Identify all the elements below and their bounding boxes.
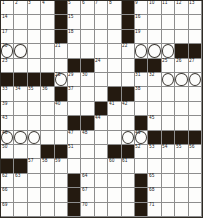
grid-cell[interactable] (148, 87, 161, 101)
grid-cell[interactable] (175, 102, 188, 116)
grid-cell[interactable]: 14 (1, 15, 14, 29)
circle-marker (122, 131, 134, 144)
black-cell (81, 116, 94, 130)
grid-cell[interactable] (95, 87, 108, 101)
clue-number: 37 (68, 87, 73, 91)
grid-cell[interactable]: 62 (1, 174, 14, 188)
grid-cell[interactable] (135, 159, 148, 173)
black-cell (81, 59, 94, 73)
grid-cell[interactable]: 52 (135, 145, 148, 159)
grid-cell[interactable]: 11 (162, 1, 175, 15)
black-cell (1, 73, 14, 87)
circle-marker (28, 131, 40, 144)
grid-cell[interactable] (68, 44, 81, 58)
grid-cell[interactable] (14, 116, 27, 130)
black-cell (135, 203, 148, 217)
grid-cell[interactable]: 57 (28, 159, 41, 173)
clue-number: 46 (2, 131, 7, 135)
grid-cell[interactable] (162, 73, 175, 87)
clue-number: 56 (189, 145, 194, 149)
grid-cell[interactable]: 56 (189, 145, 202, 159)
clue-number: 8 (109, 1, 112, 5)
clue-number: 3 (28, 1, 31, 5)
grid-cell[interactable] (81, 102, 94, 116)
clue-number: 25 (162, 59, 167, 63)
clue-number: 52 (135, 145, 140, 149)
black-cell (55, 30, 68, 44)
clue-number: 38 (135, 87, 140, 91)
clue-number: 69 (2, 203, 7, 207)
grid-cell[interactable] (41, 102, 54, 116)
grid-cell[interactable] (162, 116, 175, 130)
black-cell (14, 159, 27, 173)
grid-cell[interactable]: 65 (148, 174, 161, 188)
grid-cell[interactable] (14, 145, 27, 159)
grid-cell[interactable]: 69 (1, 203, 14, 217)
grid-cell[interactable] (68, 102, 81, 116)
black-cell (68, 203, 81, 217)
grid-cell[interactable]: 15 (68, 15, 81, 29)
grid-cell[interactable]: 17 (1, 30, 14, 44)
grid-cell[interactable] (95, 159, 108, 173)
grid-cell[interactable]: 13 (189, 1, 202, 15)
grid-cell[interactable] (28, 188, 41, 202)
black-cell (135, 59, 148, 73)
clue-number: 11 (162, 1, 167, 5)
black-cell (55, 145, 68, 159)
grid-cell[interactable] (55, 188, 68, 202)
grid-cell[interactable]: 7 (95, 1, 108, 15)
grid-cell[interactable]: 48 (81, 131, 94, 145)
black-cell (108, 87, 121, 101)
clue-number: 28 (55, 73, 60, 77)
circle-marker (175, 73, 187, 86)
grid-cell[interactable]: 19 (135, 30, 148, 44)
grid-cell[interactable] (14, 30, 27, 44)
clue-number: 35 (28, 87, 33, 91)
grid-cell[interactable] (108, 203, 121, 217)
black-cell (122, 145, 135, 159)
grid-cell[interactable]: 6 (81, 1, 94, 15)
grid-cell[interactable] (108, 44, 121, 58)
grid-cell[interactable]: 32 (148, 73, 161, 87)
clue-number: 40 (55, 102, 60, 106)
grid-cell[interactable] (28, 30, 41, 44)
clue-number: 53 (149, 145, 154, 149)
clue-number: 19 (135, 30, 140, 34)
black-cell (55, 1, 68, 15)
grid-cell[interactable]: 49 (135, 131, 148, 145)
clue-number: 29 (68, 73, 73, 77)
clue-number: 21 (55, 44, 60, 48)
clue-number: 54 (162, 145, 167, 149)
black-cell (1, 159, 14, 173)
grid-cell[interactable] (95, 15, 108, 29)
grid-cell[interactable]: 21 (55, 44, 68, 58)
grid-cell[interactable] (175, 73, 188, 87)
grid-cell[interactable] (81, 44, 94, 58)
grid-cell[interactable] (81, 15, 94, 29)
grid-cell[interactable]: 4 (41, 1, 54, 15)
grid-cell[interactable] (28, 102, 41, 116)
grid-cell[interactable] (41, 59, 54, 73)
clue-number: 41 (109, 102, 114, 106)
grid-cell[interactable]: 44 (95, 116, 108, 130)
clue-number: 68 (149, 188, 154, 192)
grid-cell[interactable]: 63 (14, 174, 27, 188)
grid-cell[interactable] (81, 145, 94, 159)
black-cell (55, 87, 68, 101)
grid-cell[interactable]: 35 (28, 87, 41, 101)
clue-number: 13 (189, 1, 194, 5)
grid-cell[interactable] (175, 188, 188, 202)
grid-cell[interactable] (41, 188, 54, 202)
clue-number: 36 (42, 87, 47, 91)
grid-cell[interactable] (148, 159, 161, 173)
clue-number: 18 (68, 30, 73, 34)
grid-cell[interactable]: 5 (68, 1, 81, 15)
grid-cell[interactable] (162, 188, 175, 202)
grid-cell[interactable]: 47 (68, 131, 81, 145)
grid-cell[interactable] (189, 188, 202, 202)
grid-cell[interactable] (95, 145, 108, 159)
clue-number: 27 (189, 59, 194, 63)
circle-marker (162, 44, 174, 57)
grid-cell[interactable] (108, 116, 121, 130)
grid-cell[interactable] (175, 174, 188, 188)
clue-number: 71 (149, 203, 154, 207)
grid-cell[interactable]: 18 (68, 30, 81, 44)
clue-number: 60 (109, 159, 114, 163)
grid-cell[interactable]: 66 (1, 188, 14, 202)
grid-cell[interactable]: 39 (1, 102, 14, 116)
grid-cell[interactable] (81, 159, 94, 173)
circle-marker (135, 44, 147, 57)
grid-cell[interactable] (41, 30, 54, 44)
grid-cell[interactable]: 30 (81, 73, 94, 87)
black-cell (68, 116, 81, 130)
black-cell (135, 116, 148, 130)
grid-cell[interactable] (28, 131, 41, 145)
grid-cell[interactable]: 46 (1, 131, 14, 145)
grid-cell[interactable] (28, 174, 41, 188)
grid-cell[interactable]: 43 (1, 116, 14, 130)
clue-number: 50 (2, 145, 7, 149)
grid-cell[interactable]: 29 (68, 73, 81, 87)
grid-cell[interactable]: 22 (122, 44, 135, 58)
grid-cell[interactable] (122, 73, 135, 87)
clue-number: 10 (149, 1, 154, 5)
clue-number: 55 (176, 145, 181, 149)
clue-number: 7 (95, 1, 98, 5)
grid-cell[interactable] (162, 87, 175, 101)
clue-number: 58 (42, 159, 47, 163)
grid-cell[interactable]: 1 (1, 1, 14, 15)
clue-number: 42 (122, 102, 127, 106)
black-cell (148, 131, 161, 145)
clue-number: 63 (15, 174, 20, 178)
grid-cell[interactable]: 23 (1, 59, 14, 73)
clue-number: 33 (2, 87, 7, 91)
clue-number: 39 (2, 102, 7, 106)
grid-cell[interactable] (28, 203, 41, 217)
grid-cell[interactable]: 20 (1, 44, 14, 58)
grid-cell[interactable] (95, 73, 108, 87)
grid-cell[interactable] (81, 30, 94, 44)
clue-number: 23 (2, 59, 7, 63)
clue-number: 2 (15, 1, 18, 5)
black-cell (135, 174, 148, 188)
grid-cell[interactable] (95, 30, 108, 44)
grid-cell[interactable]: 55 (175, 145, 188, 159)
clue-number: 51 (68, 145, 73, 149)
grid-cell[interactable]: 8 (108, 1, 121, 15)
clue-number: 65 (149, 174, 154, 178)
grid-cell[interactable]: 42 (122, 102, 135, 116)
black-cell (189, 131, 202, 145)
grid-cell[interactable] (55, 203, 68, 217)
grid-cell[interactable] (122, 59, 135, 73)
grid-cell[interactable] (55, 174, 68, 188)
black-cell (175, 44, 188, 58)
grid-cell[interactable] (189, 30, 202, 44)
clue-number: 4 (42, 1, 45, 5)
clue-number: 6 (82, 1, 85, 5)
grid-cell[interactable] (122, 203, 135, 217)
grid-cell[interactable]: 10 (148, 1, 161, 15)
grid-cell[interactable]: 9 (135, 1, 148, 15)
grid-cell[interactable] (14, 44, 27, 58)
black-cell (122, 30, 135, 44)
clue-number: 30 (82, 73, 87, 77)
black-cell (95, 102, 108, 116)
clue-number: 43 (2, 116, 7, 120)
clue-number: 57 (28, 159, 33, 163)
grid-cell[interactable] (41, 15, 54, 29)
grid-cell[interactable]: 71 (148, 203, 161, 217)
clue-number: 62 (2, 174, 7, 178)
grid-cell[interactable] (162, 174, 175, 188)
grid-cell[interactable]: 59 (55, 159, 68, 173)
grid-cell[interactable]: 50 (1, 145, 14, 159)
grid-cell[interactable]: 27 (189, 59, 202, 73)
black-cell (175, 131, 188, 145)
grid-cell[interactable] (41, 131, 54, 145)
grid-cell[interactable] (175, 203, 188, 217)
grid-cell[interactable] (135, 102, 148, 116)
grid-cell[interactable] (108, 131, 121, 145)
grid-cell[interactable] (28, 44, 41, 58)
circle-marker (14, 131, 26, 144)
grid-cell[interactable]: 16 (135, 15, 148, 29)
grid-cell[interactable]: 38 (135, 87, 148, 101)
grid-cell[interactable]: 53 (148, 145, 161, 159)
grid-cell[interactable] (189, 174, 202, 188)
grid-cell[interactable] (14, 59, 27, 73)
grid-cell[interactable] (108, 30, 121, 44)
clue-number: 59 (55, 159, 60, 163)
grid-cell[interactable]: 40 (55, 102, 68, 116)
black-cell (122, 1, 135, 15)
grid-cell[interactable] (148, 102, 161, 116)
grid-cell[interactable] (41, 116, 54, 130)
grid-cell[interactable] (55, 59, 68, 73)
grid-cell[interactable] (41, 174, 54, 188)
grid-cell[interactable] (122, 174, 135, 188)
grid-cell[interactable] (148, 30, 161, 44)
clue-number: 61 (122, 159, 127, 163)
grid-cell[interactable] (95, 131, 108, 145)
grid-cell[interactable] (55, 116, 68, 130)
grid-cell[interactable] (162, 159, 175, 173)
grid-cell[interactable] (95, 203, 108, 217)
grid-cell[interactable] (108, 174, 121, 188)
grid-cell[interactable] (95, 174, 108, 188)
clue-number: 48 (82, 131, 87, 135)
grid-cell[interactable]: 41 (108, 102, 121, 116)
clue-number: 32 (149, 73, 154, 77)
black-cell (189, 44, 202, 58)
grid-cell[interactable] (108, 59, 121, 73)
grid-cell[interactable] (122, 188, 135, 202)
grid-cell[interactable] (135, 44, 148, 58)
grid-cell[interactable] (175, 15, 188, 29)
grid-cell[interactable]: 45 (148, 116, 161, 130)
black-cell (14, 73, 27, 87)
grid-cell[interactable]: 67 (81, 188, 94, 202)
grid-cell[interactable] (175, 87, 188, 101)
grid-cell[interactable] (162, 203, 175, 217)
grid-cell[interactable] (95, 188, 108, 202)
grid-cell[interactable] (175, 116, 188, 130)
grid-cell[interactable] (162, 15, 175, 29)
black-cell (135, 188, 148, 202)
clue-number: 47 (68, 131, 73, 135)
grid-cell[interactable]: 3 (28, 1, 41, 15)
grid-cell[interactable]: 61 (122, 159, 135, 173)
grid-cell[interactable] (189, 73, 202, 87)
grid-cell[interactable] (28, 59, 41, 73)
circle-marker (189, 73, 201, 86)
black-cell (122, 15, 135, 29)
clue-number: 70 (82, 203, 87, 207)
grid-cell[interactable]: 26 (175, 59, 188, 73)
clue-number: 15 (68, 15, 73, 19)
circle-marker (162, 73, 174, 86)
grid-cell[interactable]: 34 (14, 87, 27, 101)
black-cell (108, 145, 121, 159)
grid-cell[interactable]: 31 (135, 73, 148, 87)
grid-cell[interactable]: 2 (14, 1, 27, 15)
grid-cell[interactable] (122, 116, 135, 130)
circle-marker (148, 44, 160, 57)
grid-cell[interactable]: 12 (175, 1, 188, 15)
grid-cell[interactable] (14, 102, 27, 116)
black-cell (28, 73, 41, 87)
grid-cell[interactable] (122, 131, 135, 145)
grid-cell[interactable] (81, 87, 94, 101)
clue-number: 64 (82, 174, 87, 178)
clue-number: 20 (2, 44, 7, 48)
grid-cell[interactable]: 51 (68, 145, 81, 159)
grid-cell[interactable]: 36 (41, 87, 54, 101)
grid-cell[interactable] (14, 131, 27, 145)
grid-cell[interactable] (189, 15, 202, 29)
grid-cell[interactable] (68, 159, 81, 173)
grid-cell[interactable] (108, 15, 121, 29)
grid-cell[interactable] (14, 15, 27, 29)
grid-cell[interactable]: 37 (68, 87, 81, 101)
grid-cell[interactable] (41, 203, 54, 217)
grid-cell[interactable] (55, 131, 68, 145)
black-cell (148, 59, 161, 73)
grid-cell[interactable] (175, 30, 188, 44)
clue-number: 12 (176, 1, 181, 5)
crossword-grid[interactable]: 1234567891011121314151617181920212223242… (0, 0, 203, 218)
grid-cell[interactable] (148, 15, 161, 29)
clue-number: 24 (95, 59, 100, 63)
grid-cell[interactable] (28, 145, 41, 159)
grid-cell[interactable]: 28 (55, 73, 68, 87)
black-cell (41, 73, 54, 87)
circle-marker (14, 44, 26, 57)
clue-number: 26 (176, 59, 181, 63)
grid-cell[interactable] (14, 203, 27, 217)
clue-number: 67 (82, 188, 87, 192)
clue-number: 44 (95, 116, 100, 120)
black-cell (55, 15, 68, 29)
black-cell (41, 145, 54, 159)
grid-cell[interactable]: 64 (81, 174, 94, 188)
grid-cell[interactable] (108, 188, 121, 202)
clue-number: 45 (149, 116, 154, 120)
grid-cell[interactable] (189, 203, 202, 217)
grid-cell[interactable] (162, 30, 175, 44)
black-cell (68, 188, 81, 202)
grid-cell[interactable] (14, 188, 27, 202)
clue-number: 49 (135, 131, 140, 135)
grid-cell[interactable]: 68 (148, 188, 161, 202)
grid-cell[interactable] (41, 44, 54, 58)
grid-cell[interactable] (28, 116, 41, 130)
grid-cell[interactable] (28, 15, 41, 29)
grid-cell[interactable]: 25 (162, 59, 175, 73)
grid-cell[interactable]: 58 (41, 159, 54, 173)
grid-cell[interactable]: 24 (95, 59, 108, 73)
black-cell (68, 174, 81, 188)
clue-number: 22 (122, 44, 127, 48)
grid-cell[interactable] (108, 73, 121, 87)
grid-cell[interactable]: 60 (108, 159, 121, 173)
grid-cell[interactable] (189, 87, 202, 101)
clue-number: 5 (68, 1, 71, 5)
grid-cell[interactable] (189, 159, 202, 173)
grid-cell[interactable]: 33 (1, 87, 14, 101)
clue-number: 1 (2, 1, 5, 5)
grid-cell[interactable] (148, 44, 161, 58)
grid-cell[interactable]: 70 (81, 203, 94, 217)
grid-cell[interactable]: 54 (162, 145, 175, 159)
black-cell (68, 59, 81, 73)
grid-cell[interactable] (162, 102, 175, 116)
grid-cell[interactable] (95, 44, 108, 58)
grid-cell[interactable] (162, 44, 175, 58)
grid-cell[interactable] (189, 116, 202, 130)
black-cell (122, 87, 135, 101)
grid-cell[interactable] (189, 102, 202, 116)
grid-cell[interactable] (175, 159, 188, 173)
clue-number: 34 (15, 87, 20, 91)
